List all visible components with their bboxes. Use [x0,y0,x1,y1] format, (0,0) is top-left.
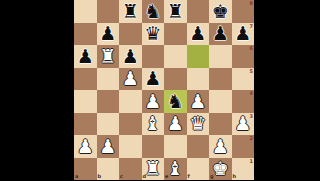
piece-black-queen[interactable]: ♛ [144,24,161,43]
square-a2[interactable]: ♟ [74,135,97,158]
right-letterbox [254,0,320,180]
square-e7[interactable] [164,23,187,46]
square-e6[interactable] [164,45,187,68]
piece-white-pawn[interactable]: ♟ [77,136,94,155]
square-h8[interactable]: 8 [232,0,255,23]
square-a8[interactable] [74,0,97,23]
file-label-h: h [233,174,237,179]
square-h2[interactable]: 2 [232,135,255,158]
piece-white-bishop[interactable]: ♝ [167,159,184,178]
square-g4[interactable] [209,90,232,113]
piece-black-pawn[interactable]: ♟ [189,24,206,43]
square-g7[interactable]: ♟ [209,23,232,46]
piece-white-bishop[interactable]: ♝ [144,114,161,133]
video-frame: ♜♞♜♚8♟♛♟♟♟7♟♜♟6♟♟5♟♞♟4♝♟♛♟3♟♟♟2abc♜d♝ef♚… [0,0,320,180]
square-b3[interactable] [97,113,120,136]
square-e4[interactable]: ♞ [164,90,187,113]
square-c5[interactable]: ♟ [119,68,142,91]
piece-black-pawn[interactable]: ♟ [144,69,161,88]
square-f4[interactable]: ♟ [187,90,210,113]
piece-white-king[interactable]: ♚ [212,159,229,178]
square-h6[interactable]: 6 [232,45,255,68]
piece-black-knight[interactable]: ♞ [167,91,184,110]
piece-black-pawn[interactable]: ♟ [234,24,251,43]
square-d2[interactable] [142,135,165,158]
square-c1[interactable]: c [119,158,142,181]
square-g3[interactable] [209,113,232,136]
square-f7[interactable]: ♟ [187,23,210,46]
file-label-b: b [98,174,102,179]
square-b4[interactable] [97,90,120,113]
piece-white-pawn[interactable]: ♟ [167,114,184,133]
square-e3[interactable]: ♟ [164,113,187,136]
file-label-a: a [75,174,78,179]
piece-black-rook[interactable]: ♜ [122,1,139,20]
piece-white-pawn[interactable]: ♟ [189,91,206,110]
square-b8[interactable] [97,0,120,23]
square-e2[interactable] [164,135,187,158]
square-c8[interactable]: ♜ [119,0,142,23]
square-h4[interactable]: 4 [232,90,255,113]
square-b5[interactable] [97,68,120,91]
square-a4[interactable] [74,90,97,113]
square-b6[interactable]: ♜ [97,45,120,68]
square-e8[interactable]: ♜ [164,0,187,23]
square-b1[interactable]: b [97,158,120,181]
square-d8[interactable]: ♞ [142,0,165,23]
rank-label-8: 8 [250,1,253,6]
square-e1[interactable]: ♝e [164,158,187,181]
square-f6[interactable] [187,45,210,68]
square-f8[interactable] [187,0,210,23]
square-a3[interactable] [74,113,97,136]
piece-white-queen[interactable]: ♛ [189,114,206,133]
square-h1[interactable]: h1 [232,158,255,181]
rank-label-6: 6 [250,46,253,51]
square-a1[interactable]: a [74,158,97,181]
square-d1[interactable]: ♜d [142,158,165,181]
square-g5[interactable] [209,68,232,91]
square-f5[interactable] [187,68,210,91]
file-label-c: c [120,174,123,179]
piece-black-rook[interactable]: ♜ [167,1,184,20]
piece-black-knight[interactable]: ♞ [144,1,161,20]
chess-board[interactable]: ♜♞♜♚8♟♛♟♟♟7♟♜♟6♟♟5♟♞♟4♝♟♛♟3♟♟♟2abc♜d♝ef♚… [74,0,254,180]
square-h5[interactable]: 5 [232,68,255,91]
square-h7[interactable]: ♟7 [232,23,255,46]
square-g2[interactable]: ♟ [209,135,232,158]
square-d4[interactable]: ♟ [142,90,165,113]
square-f2[interactable] [187,135,210,158]
rank-label-2: 2 [250,136,253,141]
piece-white-rook[interactable]: ♜ [99,46,116,65]
file-label-f: f [188,174,190,179]
square-a7[interactable] [74,23,97,46]
piece-black-pawn[interactable]: ♟ [99,24,116,43]
square-c3[interactable] [119,113,142,136]
left-letterbox [0,0,74,180]
square-d6[interactable] [142,45,165,68]
piece-black-pawn[interactable]: ♟ [77,46,94,65]
rank-label-5: 5 [250,69,253,74]
square-c7[interactable] [119,23,142,46]
piece-black-king[interactable]: ♚ [212,1,229,20]
square-a5[interactable] [74,68,97,91]
piece-white-pawn[interactable]: ♟ [122,69,139,88]
piece-black-pawn[interactable]: ♟ [122,46,139,65]
square-g8[interactable]: ♚ [209,0,232,23]
square-d3[interactable]: ♝ [142,113,165,136]
piece-white-pawn[interactable]: ♟ [144,91,161,110]
square-h3[interactable]: ♟3 [232,113,255,136]
square-e5[interactable] [164,68,187,91]
square-b2[interactable]: ♟ [97,135,120,158]
square-b7[interactable]: ♟ [97,23,120,46]
piece-white-pawn[interactable]: ♟ [212,136,229,155]
piece-white-pawn[interactable]: ♟ [99,136,116,155]
square-f1[interactable]: f [187,158,210,181]
square-c6[interactable]: ♟ [119,45,142,68]
rank-label-1: 1 [250,159,253,164]
square-d7[interactable]: ♛ [142,23,165,46]
piece-black-pawn[interactable]: ♟ [212,24,229,43]
square-f3[interactable]: ♛ [187,113,210,136]
piece-white-rook[interactable]: ♜ [144,159,161,178]
square-a6[interactable]: ♟ [74,45,97,68]
square-d5[interactable]: ♟ [142,68,165,91]
piece-white-pawn[interactable]: ♟ [234,114,251,133]
rank-label-4: 4 [250,91,253,96]
square-g6[interactable] [209,45,232,68]
square-c2[interactable] [119,135,142,158]
square-g1[interactable]: ♚g [209,158,232,181]
square-c4[interactable] [119,90,142,113]
